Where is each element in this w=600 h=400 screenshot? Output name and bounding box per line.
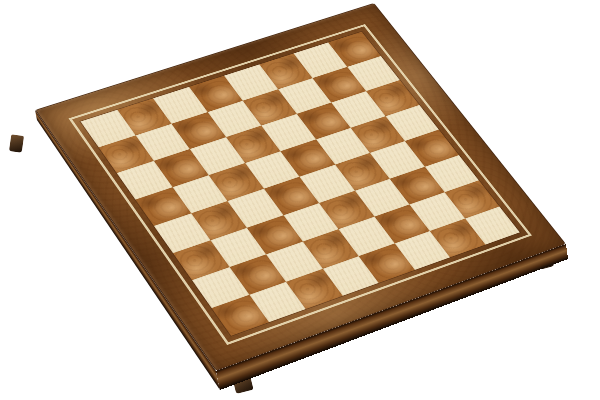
product-photo-stage (0, 0, 600, 400)
board-foot-left (9, 134, 24, 153)
chess-board (35, 3, 566, 371)
